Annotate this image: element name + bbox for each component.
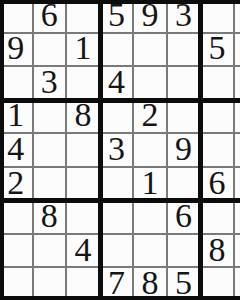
given-digit: 9 [7, 34, 24, 66]
cell-r4c5[interactable]: 2 [134, 101, 166, 133]
given-digit: 9 [175, 134, 192, 166]
given-digit: 6 [41, 0, 58, 32]
cell-r6c4[interactable] [101, 168, 133, 200]
cell-r8c1[interactable] [0, 235, 32, 267]
cell-r9c4[interactable]: 7 [101, 268, 133, 300]
cell-r3c4[interactable]: 4 [101, 67, 133, 99]
given-digit: 8 [74, 101, 91, 133]
cell-r4c4[interactable] [101, 101, 133, 133]
cell-r9c6[interactable]: 5 [168, 268, 200, 300]
cell-r1c5[interactable]: 9 [134, 0, 166, 32]
cell-r5c1[interactable]: 4 [0, 134, 32, 166]
cell-r3c8[interactable] [235, 67, 240, 99]
cell-r3c3[interactable] [67, 67, 99, 99]
cell-r2c7[interactable]: 5 [201, 34, 233, 66]
given-digit: 9 [141, 0, 158, 32]
cell-r2c4[interactable] [101, 34, 133, 66]
cell-r2c3[interactable]: 1 [67, 34, 99, 66]
cell-r9c8[interactable] [235, 268, 240, 300]
cell-r5c3[interactable] [67, 134, 99, 166]
cell-r1c4[interactable]: 5 [101, 0, 133, 32]
given-digit: 6 [209, 168, 226, 200]
given-digit: 3 [175, 0, 192, 32]
given-digit: 7 [108, 268, 125, 300]
cell-r3c5[interactable] [134, 67, 166, 99]
given-digit: 8 [141, 268, 158, 300]
cell-r6c7[interactable]: 6 [201, 168, 233, 200]
cell-r9c1[interactable] [0, 268, 32, 300]
given-digit: 6 [175, 201, 192, 233]
cell-r1c7[interactable] [201, 0, 233, 32]
cell-r4c1[interactable]: 1 [0, 101, 32, 133]
cell-r8c2[interactable] [34, 235, 66, 267]
cell-r2c2[interactable] [34, 34, 66, 66]
cell-r1c6[interactable]: 3 [168, 0, 200, 32]
given-digit: 4 [74, 235, 91, 267]
cell-r1c3[interactable] [67, 0, 99, 32]
sudoku-board: 6593915341824392168648785 [0, 0, 240, 300]
cell-r2c8[interactable] [235, 34, 240, 66]
cell-r5c7[interactable] [201, 134, 233, 166]
cell-r5c4[interactable]: 3 [101, 134, 133, 166]
given-digit: 2 [7, 168, 24, 200]
cell-r8c8[interactable] [235, 235, 240, 267]
cell-r9c5[interactable]: 8 [134, 268, 166, 300]
cell-r4c2[interactable] [34, 101, 66, 133]
cell-r7c5[interactable] [134, 201, 166, 233]
sudoku-puzzle-image: 6593915341824392168648785 [0, 0, 240, 300]
cell-r7c3[interactable] [67, 201, 99, 233]
cell-r2c1[interactable]: 9 [0, 34, 32, 66]
cell-r4c7[interactable] [201, 101, 233, 133]
cell-r6c2[interactable] [34, 168, 66, 200]
cell-r4c8[interactable] [235, 101, 240, 133]
cell-r9c3[interactable] [67, 268, 99, 300]
cell-r4c6[interactable] [168, 101, 200, 133]
given-digit: 1 [74, 34, 91, 66]
cell-r1c1[interactable] [0, 0, 32, 32]
given-digit: 4 [7, 134, 24, 166]
cell-r6c5[interactable]: 1 [134, 168, 166, 200]
given-digit: 5 [209, 34, 226, 66]
cell-r2c5[interactable] [134, 34, 166, 66]
given-digit: 8 [209, 235, 226, 267]
given-digit: 4 [108, 67, 125, 99]
cell-r1c2[interactable]: 6 [34, 0, 66, 32]
cell-r4c3[interactable]: 8 [67, 101, 99, 133]
cell-r9c7[interactable] [201, 268, 233, 300]
cell-r8c6[interactable] [168, 235, 200, 267]
given-digit: 1 [141, 168, 158, 200]
cell-r7c7[interactable] [201, 201, 233, 233]
cell-r7c2[interactable]: 8 [34, 201, 66, 233]
cell-r6c8[interactable] [235, 168, 240, 200]
given-digit: 5 [175, 268, 192, 300]
cell-r5c8[interactable] [235, 134, 240, 166]
cell-r8c3[interactable]: 4 [67, 235, 99, 267]
given-digit: 3 [108, 134, 125, 166]
cell-r7c8[interactable] [235, 201, 240, 233]
cell-r6c1[interactable]: 2 [0, 168, 32, 200]
cell-r6c6[interactable] [168, 168, 200, 200]
given-digit: 2 [141, 101, 158, 133]
cell-r5c6[interactable]: 9 [168, 134, 200, 166]
given-digit: 8 [41, 201, 58, 233]
cell-r3c6[interactable] [168, 67, 200, 99]
cell-r5c2[interactable] [34, 134, 66, 166]
cell-r7c6[interactable]: 6 [168, 201, 200, 233]
cell-r7c4[interactable] [101, 201, 133, 233]
cell-r8c4[interactable] [101, 235, 133, 267]
cell-r3c7[interactable] [201, 67, 233, 99]
cell-r8c7[interactable]: 8 [201, 235, 233, 267]
cell-r5c5[interactable] [134, 134, 166, 166]
cell-r7c1[interactable] [0, 201, 32, 233]
cell-r2c6[interactable] [168, 34, 200, 66]
given-digit: 3 [41, 67, 58, 99]
cell-r6c3[interactable] [67, 168, 99, 200]
given-digit: 5 [108, 0, 125, 32]
cell-r3c1[interactable] [0, 67, 32, 99]
cell-r1c8[interactable] [235, 0, 240, 32]
cell-r3c2[interactable]: 3 [34, 67, 66, 99]
cell-r9c2[interactable] [34, 268, 66, 300]
given-digit: 1 [7, 101, 24, 133]
cell-r8c5[interactable] [134, 235, 166, 267]
